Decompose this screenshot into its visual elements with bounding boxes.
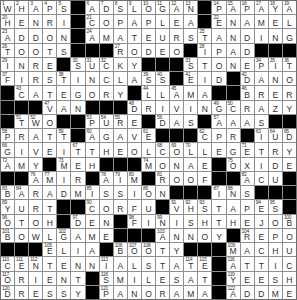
cell-r2c21[interactable]: L	[283, 15, 296, 28]
cell-r11c18[interactable]: 71E	[241, 143, 254, 156]
cell-r1c3[interactable]: 3A	[29, 1, 42, 14]
cell-r10c11[interactable]: 61E	[142, 129, 155, 142]
cell-r7c11[interactable]: 44L	[142, 86, 155, 99]
cell-r13c18[interactable]: 82A	[241, 172, 254, 185]
cell-r8c18[interactable]: R	[241, 101, 254, 114]
cell-r13c15[interactable]: F	[198, 172, 211, 185]
cell-r3c17[interactable]: N	[227, 29, 240, 42]
cell-r7c21[interactable]: R	[283, 86, 296, 99]
cell-r6c19[interactable]: A	[255, 72, 268, 85]
cell-r21c19[interactable]: D	[255, 286, 268, 299]
cell-r3c4[interactable]: O	[43, 29, 56, 42]
cell-r11c9[interactable]: E	[114, 143, 127, 156]
cell-r2c8[interactable]: O	[100, 15, 113, 28]
cell-r8c13[interactable]: V	[170, 101, 183, 114]
cell-r16c1[interactable]: 96O	[1, 215, 14, 228]
cell-r1c1[interactable]: 1W	[1, 1, 14, 14]
cell-r17c18[interactable]: 104R	[241, 229, 254, 242]
cell-r20c18[interactable]: E	[241, 272, 254, 285]
cell-r20c12[interactable]: E	[156, 272, 169, 285]
cell-r1c8[interactable]: 7D	[100, 1, 113, 14]
cell-r15c18[interactable]: P	[241, 200, 254, 213]
cell-r14c12[interactable]: N	[156, 186, 169, 199]
cell-r18c5[interactable]: L	[57, 243, 70, 256]
cell-r3c9[interactable]: A	[114, 29, 127, 42]
cell-r1c21[interactable]: 19A	[283, 1, 296, 14]
cell-r16c18[interactable]: E	[241, 215, 254, 228]
cell-r8c17[interactable]: 50C	[227, 101, 240, 114]
cell-r1c13[interactable]: 12A	[170, 1, 183, 14]
cell-r11c2[interactable]: I	[15, 143, 28, 156]
cell-r18c17[interactable]: 109M	[227, 243, 240, 256]
cell-r6c3[interactable]: R	[29, 72, 42, 85]
cell-r4c12[interactable]: E	[156, 44, 169, 57]
cell-r21c3[interactable]: E	[29, 286, 42, 299]
cell-r20c20[interactable]: S	[269, 272, 282, 285]
cell-r6c5[interactable]: 38T	[57, 72, 70, 85]
cell-r12c2[interactable]: M	[15, 158, 28, 171]
cell-r5c4[interactable]: E	[43, 58, 56, 71]
cell-r5c8[interactable]: 32C	[100, 58, 113, 71]
cell-r10c19[interactable]: 63I	[255, 129, 268, 142]
cell-r11c5[interactable]: I	[57, 143, 70, 156]
cell-r8c12[interactable]: I	[156, 101, 169, 114]
cell-r7c2[interactable]: 43C	[15, 86, 28, 99]
cell-r18c10[interactable]: 107O	[128, 243, 141, 256]
cell-r5c20[interactable]: 35I	[269, 58, 282, 71]
cell-r2c20[interactable]: E	[269, 15, 282, 28]
cell-r21c10[interactable]: N	[128, 286, 141, 299]
cell-r10c10[interactable]: V	[128, 129, 141, 142]
cell-r13c4[interactable]: 77M	[43, 172, 56, 185]
cell-r18c13[interactable]: Y	[170, 243, 183, 256]
cell-r14c5[interactable]: D	[57, 186, 70, 199]
cell-r17c19[interactable]: E	[255, 229, 268, 242]
cell-r11c6[interactable]: 67T	[71, 143, 84, 156]
cell-r6c18[interactable]: 42D	[241, 72, 254, 85]
cell-r20c8[interactable]: 118S	[100, 272, 113, 285]
cell-r16c19[interactable]: J	[255, 215, 268, 228]
cell-r1c14[interactable]: 13N	[184, 1, 197, 14]
cell-r4c18[interactable]: D	[241, 44, 254, 57]
cell-r18c6[interactable]: I	[71, 243, 84, 256]
cell-r19c15[interactable]: 115E	[198, 257, 211, 270]
cell-r17c6[interactable]: A	[71, 229, 84, 242]
cell-r8c6[interactable]: N	[71, 101, 84, 114]
cell-r9c8[interactable]: 54U	[100, 115, 113, 128]
cell-r16c11[interactable]: I	[142, 215, 155, 228]
cell-r13c19[interactable]: C	[255, 172, 268, 185]
cell-r11c10[interactable]: O	[128, 143, 141, 156]
cell-r11c8[interactable]: H	[100, 143, 113, 156]
cell-r20c13[interactable]: S	[170, 272, 183, 285]
cell-r3c11[interactable]: E	[142, 29, 155, 42]
cell-r8c15[interactable]: N	[198, 101, 211, 114]
cell-r16c16[interactable]: T	[212, 215, 225, 228]
cell-r13c20[interactable]: U	[269, 172, 282, 185]
cell-r20c11[interactable]: L	[142, 272, 155, 285]
cell-r19c8[interactable]: 113I	[100, 257, 113, 270]
cell-r17c13[interactable]: N	[170, 229, 183, 242]
cell-r4c9[interactable]: 27R	[114, 44, 127, 57]
cell-r18c12[interactable]: T	[156, 243, 169, 256]
cell-r10c8[interactable]: G	[100, 129, 113, 142]
cell-r15c3[interactable]: R	[29, 200, 42, 213]
cell-r20c9[interactable]: M	[114, 272, 127, 285]
cell-r3c16[interactable]: A	[212, 29, 225, 42]
cell-r19c12[interactable]: T	[156, 257, 169, 270]
cell-r3c18[interactable]: D	[241, 29, 254, 42]
cell-r21c20[interactable]: M	[269, 286, 282, 299]
cell-r16c4[interactable]: H	[43, 215, 56, 228]
cell-r17c15[interactable]: O	[198, 229, 211, 242]
cell-r11c14[interactable]: 70L	[184, 143, 197, 156]
cell-r19c20[interactable]: I	[269, 257, 282, 270]
cell-r9c19[interactable]: S	[255, 115, 268, 128]
cell-r7c20[interactable]: E	[269, 86, 282, 99]
cell-r21c6[interactable]: Y	[71, 286, 84, 299]
cell-r9c17[interactable]: A	[227, 115, 240, 128]
cell-r17c1[interactable]: 101B	[1, 229, 14, 242]
cell-r21c4[interactable]: S	[43, 286, 56, 299]
cell-r18c4[interactable]: 105E	[43, 243, 56, 256]
cell-r17c12[interactable]: 103A	[156, 229, 169, 242]
cell-r3c3[interactable]: D	[29, 29, 42, 42]
cell-r2c2[interactable]: E	[15, 15, 28, 28]
cell-r3c14[interactable]: S	[184, 29, 197, 42]
cell-r8c14[interactable]: I	[184, 101, 197, 114]
cell-r8c21[interactable]: Y	[283, 101, 296, 114]
cell-r17c7[interactable]: M	[86, 229, 99, 242]
cell-r11c11[interactable]: L	[142, 143, 155, 156]
cell-r10c5[interactable]: 59T	[57, 129, 70, 142]
cell-r14c10[interactable]: I	[128, 186, 141, 199]
cell-r19c1[interactable]: 110C	[1, 257, 14, 270]
cell-r20c19[interactable]: E	[255, 272, 268, 285]
cell-r19c2[interactable]: 111E	[15, 257, 28, 270]
cell-r1c16[interactable]: 14P	[212, 1, 225, 14]
cell-r15c4[interactable]: T	[43, 200, 56, 213]
cell-r17c3[interactable]: W	[29, 229, 42, 242]
cell-r4c4[interactable]: T	[43, 44, 56, 57]
cell-r3c15[interactable]: 25T	[198, 29, 211, 42]
cell-r10c1[interactable]: 58P	[1, 129, 14, 142]
cell-r17c21[interactable]: O	[283, 229, 296, 242]
cell-r1c2[interactable]: 2H	[15, 1, 28, 14]
cell-r13c14[interactable]: O	[184, 172, 197, 185]
cell-r20c17[interactable]: 119Y	[227, 272, 240, 285]
cell-r6c15[interactable]: I	[198, 72, 211, 85]
cell-r7c13[interactable]: 45A	[170, 86, 183, 99]
cell-r6c16[interactable]: D	[212, 72, 225, 85]
cell-r19c21[interactable]: C	[283, 257, 296, 270]
cell-r5c7[interactable]: 31U	[86, 58, 99, 71]
cell-r10c15[interactable]: 62C	[198, 129, 211, 142]
cell-r16c3[interactable]: O	[29, 215, 42, 228]
cell-r11c15[interactable]: L	[198, 143, 211, 156]
cell-r1c4[interactable]: 4P	[43, 1, 56, 14]
cell-r15c7[interactable]: 90C	[86, 200, 99, 213]
cell-r5c3[interactable]: R	[29, 58, 42, 71]
cell-r19c14[interactable]: 114T	[184, 257, 197, 270]
cell-r19c3[interactable]: 112N	[29, 257, 42, 270]
cell-r6c9[interactable]: L	[114, 72, 127, 85]
cell-r10c4[interactable]: T	[43, 129, 56, 142]
cell-r3c12[interactable]: U	[156, 29, 169, 42]
cell-r21c12[interactable]: R	[156, 286, 169, 299]
cell-r15c15[interactable]: 93S	[198, 200, 211, 213]
cell-r5c6[interactable]: 30S	[71, 58, 84, 71]
cell-r1c11[interactable]: 10O	[142, 1, 155, 14]
cell-r18c11[interactable]: 108O	[142, 243, 155, 256]
cell-r17c20[interactable]: P	[269, 229, 282, 242]
cell-r19c9[interactable]: A	[114, 257, 127, 270]
cell-r7c8[interactable]: R	[100, 86, 113, 99]
cell-r18c19[interactable]: C	[255, 243, 268, 256]
cell-r17c16[interactable]: Y	[212, 229, 225, 242]
cell-r2c9[interactable]: P	[114, 15, 127, 28]
cell-r12c3[interactable]: Y	[29, 158, 42, 171]
cell-r21c15[interactable]: A	[198, 286, 211, 299]
cell-r19c7[interactable]: N	[86, 257, 99, 270]
cell-r10c17[interactable]: R	[227, 129, 240, 142]
cell-r15c19[interactable]: 94E	[255, 200, 268, 213]
cell-r19c5[interactable]: E	[57, 257, 70, 270]
cell-r3c10[interactable]: T	[128, 29, 141, 42]
cell-r1c18[interactable]: 16P	[241, 1, 254, 14]
cell-r15c13[interactable]: 91V	[170, 200, 183, 213]
cell-r16c15[interactable]: H	[198, 215, 211, 228]
cell-r6c8[interactable]: C	[100, 72, 113, 85]
cell-r12c11[interactable]: 74M	[142, 158, 155, 171]
cell-r9c7[interactable]: 53P	[86, 115, 99, 128]
cell-r7c4[interactable]: T	[43, 86, 56, 99]
cell-r2c3[interactable]: N	[29, 15, 42, 28]
cell-r7c5[interactable]: E	[57, 86, 70, 99]
cell-r11c12[interactable]: 68C	[156, 143, 169, 156]
cell-r21c17[interactable]: 122A	[227, 286, 240, 299]
cell-r20c10[interactable]: I	[128, 272, 141, 285]
cell-r20c14[interactable]: A	[184, 272, 197, 285]
cell-r7c15[interactable]: A	[198, 86, 211, 99]
cell-r9c10[interactable]: E	[128, 115, 141, 128]
cell-r2c19[interactable]: M	[255, 15, 268, 28]
cell-r6c12[interactable]: 40S	[156, 72, 169, 85]
cell-r2c7[interactable]: 21C	[86, 15, 99, 28]
cell-r12c13[interactable]: N	[170, 158, 183, 171]
cell-r5c19[interactable]: 34P	[255, 58, 268, 71]
cell-r8c16[interactable]: 49G	[212, 101, 225, 114]
cell-r17c8[interactable]: E	[100, 229, 113, 242]
cell-r10c7[interactable]: 60A	[86, 129, 99, 142]
cell-r3c5[interactable]: N	[57, 29, 70, 42]
cell-r12c14[interactable]: A	[184, 158, 197, 171]
cell-r2c10[interactable]: A	[128, 15, 141, 28]
cell-r3c2[interactable]: D	[15, 29, 28, 42]
cell-r9c2[interactable]: 51T	[15, 115, 28, 128]
cell-r21c8[interactable]: 121P	[100, 286, 113, 299]
cell-r11c21[interactable]: Y	[283, 143, 296, 156]
cell-r14c7[interactable]: 85I	[86, 186, 99, 199]
cell-r21c5[interactable]: S	[57, 286, 70, 299]
cell-r18c9[interactable]: 106B	[114, 243, 127, 256]
cell-r12c20[interactable]: D	[269, 158, 282, 171]
cell-r13c3[interactable]: 76A	[29, 172, 42, 185]
cell-r2c14[interactable]: A	[184, 15, 197, 28]
cell-r20c1[interactable]: 117O	[1, 272, 14, 285]
cell-r8c11[interactable]: R	[142, 101, 155, 114]
cell-r11c3[interactable]: V	[29, 143, 42, 156]
cell-r5c14[interactable]: 33S	[184, 58, 197, 71]
cell-r20c15[interactable]: T	[198, 272, 211, 285]
cell-r11c1[interactable]: 66G	[1, 143, 14, 156]
cell-r21c14[interactable]: M	[184, 286, 197, 299]
cell-r1c10[interactable]: 9L	[128, 1, 141, 14]
cell-r10c16[interactable]: P	[212, 129, 225, 142]
cell-r5c2[interactable]: N	[15, 58, 28, 71]
cell-r16c2[interactable]: T	[15, 215, 28, 228]
cell-r1c20[interactable]: 18Y	[269, 1, 282, 14]
cell-r8c20[interactable]: Z	[269, 101, 282, 114]
cell-r10c3[interactable]: A	[29, 129, 42, 142]
cell-r7c19[interactable]: R	[255, 86, 268, 99]
cell-r14c9[interactable]: S	[114, 186, 127, 199]
cell-r8c5[interactable]: A	[57, 101, 70, 114]
cell-r13c10[interactable]: 80M	[128, 172, 141, 185]
cell-r1c9[interactable]: 8S	[114, 1, 127, 14]
cell-r6c20[interactable]: N	[269, 72, 282, 85]
cell-r12c21[interactable]: E	[283, 158, 296, 171]
cell-r21c21[interactable]: E	[283, 286, 296, 299]
cell-r6c10[interactable]: A	[128, 72, 141, 85]
cell-r20c2[interactable]: R	[15, 272, 28, 285]
cell-r12c7[interactable]: H	[86, 158, 99, 171]
cell-r14c3[interactable]: R	[29, 186, 42, 199]
cell-r15c8[interactable]: O	[100, 200, 113, 213]
cell-r15c14[interactable]: 92H	[184, 200, 197, 213]
cell-r14c6[interactable]: M	[71, 186, 84, 199]
cell-r5c1[interactable]: 29I	[1, 58, 14, 71]
cell-r16c20[interactable]: O	[269, 215, 282, 228]
cell-r20c5[interactable]: N	[57, 272, 70, 285]
cell-r14c16[interactable]: 87I	[212, 186, 225, 199]
cell-r10c2[interactable]: R	[15, 129, 28, 142]
cell-r17c2[interactable]: O	[15, 229, 28, 242]
cell-r8c19[interactable]: A	[255, 101, 268, 114]
cell-r6c11[interactable]: 39S	[142, 72, 155, 85]
cell-r13c12[interactable]: 81R	[156, 172, 169, 185]
cell-r4c10[interactable]: O	[128, 44, 141, 57]
cell-r4c2[interactable]: O	[15, 44, 28, 57]
cell-r9c3[interactable]: 52W	[29, 115, 42, 128]
cell-r7c3[interactable]: A	[29, 86, 42, 99]
cell-r19c11[interactable]: S	[142, 257, 155, 270]
cell-r12c5[interactable]: 73M	[57, 158, 70, 171]
cell-r17c4[interactable]: L	[43, 229, 56, 242]
cell-r1c12[interactable]: 11G	[156, 1, 169, 14]
cell-r16c12[interactable]: 99N	[156, 215, 169, 228]
cell-r18c7[interactable]: A	[86, 243, 99, 256]
cell-r21c13[interactable]: A	[170, 286, 183, 299]
cell-r15c16[interactable]: T	[212, 200, 225, 213]
cell-r12c1[interactable]: 72A	[1, 158, 14, 171]
cell-r9c13[interactable]: A	[170, 115, 183, 128]
cell-r11c19[interactable]: T	[255, 143, 268, 156]
cell-r12c18[interactable]: X	[241, 158, 254, 171]
cell-r7c18[interactable]: 46B	[241, 86, 254, 99]
cell-r8c10[interactable]: 48D	[128, 101, 141, 114]
cell-r6c14[interactable]: 41E	[184, 72, 197, 85]
cell-r11c16[interactable]: E	[212, 143, 225, 156]
cell-r16c17[interactable]: H	[227, 215, 240, 228]
cell-r15c10[interactable]: F	[128, 200, 141, 213]
cell-r21c11[interactable]: O	[142, 286, 155, 299]
cell-r16c14[interactable]: S	[184, 215, 197, 228]
cell-r15c20[interactable]: 95S	[269, 200, 282, 213]
cell-r9c9[interactable]: 55R	[114, 115, 127, 128]
cell-r17c5[interactable]: 102G	[57, 229, 70, 242]
cell-r9c16[interactable]: 57A	[212, 115, 225, 128]
cell-r2c12[interactable]: L	[156, 15, 169, 28]
cell-r2c11[interactable]: P	[142, 15, 155, 28]
cell-r15c1[interactable]: 89Y	[1, 200, 14, 213]
cell-r19c13[interactable]: A	[170, 257, 183, 270]
cell-r6c1[interactable]: 37F	[1, 72, 14, 85]
cell-r12c15[interactable]: E	[198, 158, 211, 171]
cell-r18c18[interactable]: A	[241, 243, 254, 256]
cell-r1c19[interactable]: 17A	[255, 1, 268, 14]
cell-r21c18[interactable]: D	[241, 286, 254, 299]
cell-r7c7[interactable]: O	[86, 86, 99, 99]
cell-r10c20[interactable]: 64U	[269, 129, 282, 142]
cell-r15c17[interactable]: A	[227, 200, 240, 213]
cell-r14c2[interactable]: 84A	[15, 186, 28, 199]
cell-r5c18[interactable]: E	[241, 58, 254, 71]
cell-r7c14[interactable]: M	[184, 86, 197, 99]
cell-r21c2[interactable]: R	[15, 286, 28, 299]
cell-r6c7[interactable]: N	[86, 72, 99, 85]
cell-r4c3[interactable]: O	[29, 44, 42, 57]
cell-r2c5[interactable]: I	[57, 15, 70, 28]
cell-r5c15[interactable]: T	[198, 58, 211, 71]
cell-r19c18[interactable]: T	[241, 257, 254, 270]
cell-r11c17[interactable]: G	[227, 143, 240, 156]
cell-r10c9[interactable]: A	[114, 129, 127, 142]
cell-r21c1[interactable]: 120D	[1, 286, 14, 299]
cell-r4c13[interactable]: O	[170, 44, 183, 57]
cell-r4c17[interactable]: A	[227, 44, 240, 57]
cell-r6c2[interactable]: I	[15, 72, 28, 85]
cell-r16c8[interactable]: N	[100, 215, 113, 228]
cell-r4c5[interactable]: S	[57, 44, 70, 57]
cell-r11c7[interactable]: T	[86, 143, 99, 156]
cell-r19c4[interactable]: T	[43, 257, 56, 270]
cell-r7c9[interactable]: Y	[114, 86, 127, 99]
cell-r16c10[interactable]: 98F	[128, 215, 141, 228]
cell-r2c1[interactable]: 20H	[1, 15, 14, 28]
cell-r14c17[interactable]: 88N	[227, 186, 240, 199]
cell-r7c6[interactable]: G	[71, 86, 84, 99]
cell-r20c4[interactable]: E	[43, 272, 56, 285]
cell-r10c21[interactable]: 65D	[283, 129, 296, 142]
cell-r3c1[interactable]: 23A	[1, 29, 14, 42]
cell-r1c5[interactable]: 5S	[57, 1, 70, 14]
cell-r20c6[interactable]: T	[71, 272, 84, 285]
cell-r13c6[interactable]: R	[71, 172, 84, 185]
cell-r19c6[interactable]: N	[71, 257, 84, 270]
cell-r1c7[interactable]: 6A	[86, 1, 99, 14]
cell-r2c4[interactable]: R	[43, 15, 56, 28]
